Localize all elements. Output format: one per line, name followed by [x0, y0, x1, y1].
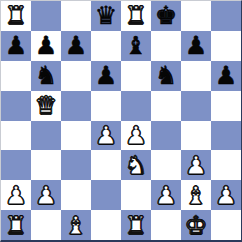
white-pawn[interactable]: ♟: [35, 183, 57, 208]
square-h7[interactable]: [211, 31, 241, 61]
white-rook[interactable]: ♜: [5, 213, 27, 238]
square-d1[interactable]: [91, 210, 121, 240]
square-e7[interactable]: ♝: [121, 31, 151, 61]
square-g3[interactable]: ♟: [181, 150, 211, 180]
square-g6[interactable]: [181, 61, 211, 91]
square-c4[interactable]: [61, 121, 91, 151]
square-h2[interactable]: ♟: [211, 180, 241, 210]
white-bishop[interactable]: ♝: [65, 213, 87, 238]
chess-board: ♜♛♜♚♟♟♟♝♟♞♟♞♟♛♟♟♞♟♟♟♟♝♟♜♝♜♚: [0, 0, 242, 242]
square-d4[interactable]: ♟: [91, 121, 121, 151]
white-pawn[interactable]: ♟: [215, 183, 237, 208]
square-f3[interactable]: [151, 150, 181, 180]
black-knight[interactable]: ♞: [35, 63, 57, 88]
white-pawn[interactable]: ♟: [125, 123, 147, 148]
black-pawn[interactable]: ♟: [215, 63, 237, 88]
square-h5[interactable]: [211, 91, 241, 121]
black-bishop[interactable]: ♝: [125, 33, 147, 58]
square-h6[interactable]: ♟: [211, 61, 241, 91]
square-a8[interactable]: ♜: [1, 1, 31, 31]
square-f2[interactable]: ♟: [151, 180, 181, 210]
white-pawn[interactable]: ♟: [5, 183, 27, 208]
square-c5[interactable]: [61, 91, 91, 121]
white-pawn[interactable]: ♟: [155, 183, 177, 208]
square-a6[interactable]: [1, 61, 31, 91]
square-e3[interactable]: ♞: [121, 150, 151, 180]
square-g7[interactable]: ♟: [181, 31, 211, 61]
square-b7[interactable]: ♟: [31, 31, 61, 61]
white-king[interactable]: ♚: [185, 213, 207, 238]
square-b8[interactable]: [31, 1, 61, 31]
square-e2[interactable]: [121, 180, 151, 210]
square-b6[interactable]: ♞: [31, 61, 61, 91]
square-a2[interactable]: ♟: [1, 180, 31, 210]
square-f4[interactable]: [151, 121, 181, 151]
square-e1[interactable]: ♜: [121, 210, 151, 240]
square-c7[interactable]: ♟: [61, 31, 91, 61]
square-d2[interactable]: [91, 180, 121, 210]
square-c2[interactable]: [61, 180, 91, 210]
square-a5[interactable]: [1, 91, 31, 121]
square-e6[interactable]: [121, 61, 151, 91]
white-pawn[interactable]: ♟: [185, 153, 207, 178]
black-pawn[interactable]: ♟: [95, 63, 117, 88]
square-a3[interactable]: [1, 150, 31, 180]
black-king[interactable]: ♚: [155, 3, 177, 28]
square-b2[interactable]: ♟: [31, 180, 61, 210]
white-bishop[interactable]: ♝: [185, 183, 207, 208]
black-pawn[interactable]: ♟: [185, 33, 207, 58]
black-knight[interactable]: ♞: [155, 63, 177, 88]
square-e4[interactable]: ♟: [121, 121, 151, 151]
white-pawn[interactable]: ♟: [95, 123, 117, 148]
square-d6[interactable]: ♟: [91, 61, 121, 91]
white-rook[interactable]: ♜: [5, 3, 27, 28]
square-d8[interactable]: ♛: [91, 1, 121, 31]
black-queen[interactable]: ♛: [95, 3, 117, 28]
square-g1[interactable]: ♚: [181, 210, 211, 240]
square-f1[interactable]: [151, 210, 181, 240]
square-c1[interactable]: ♝: [61, 210, 91, 240]
square-c6[interactable]: [61, 61, 91, 91]
square-g4[interactable]: [181, 121, 211, 151]
square-c8[interactable]: [61, 1, 91, 31]
square-a1[interactable]: ♜: [1, 210, 31, 240]
square-e8[interactable]: ♜: [121, 1, 151, 31]
white-queen[interactable]: ♛: [35, 93, 57, 118]
black-pawn[interactable]: ♟: [65, 33, 87, 58]
black-pawn[interactable]: ♟: [5, 33, 27, 58]
square-b1[interactable]: [31, 210, 61, 240]
square-d5[interactable]: [91, 91, 121, 121]
square-a7[interactable]: ♟: [1, 31, 31, 61]
white-knight[interactable]: ♞: [125, 153, 147, 178]
square-h4[interactable]: [211, 121, 241, 151]
square-c3[interactable]: [61, 150, 91, 180]
square-d3[interactable]: [91, 150, 121, 180]
square-h1[interactable]: [211, 210, 241, 240]
square-f6[interactable]: ♞: [151, 61, 181, 91]
square-h3[interactable]: [211, 150, 241, 180]
black-pawn[interactable]: ♟: [35, 33, 57, 58]
square-e5[interactable]: [121, 91, 151, 121]
square-g8[interactable]: [181, 1, 211, 31]
square-d7[interactable]: [91, 31, 121, 61]
square-f5[interactable]: [151, 91, 181, 121]
square-f7[interactable]: [151, 31, 181, 61]
square-g5[interactable]: [181, 91, 211, 121]
square-b5[interactable]: ♛: [31, 91, 61, 121]
square-f8[interactable]: ♚: [151, 1, 181, 31]
square-a4[interactable]: [1, 121, 31, 151]
white-rook[interactable]: ♜: [125, 3, 147, 28]
square-g2[interactable]: ♝: [181, 180, 211, 210]
square-b3[interactable]: [31, 150, 61, 180]
square-b4[interactable]: [31, 121, 61, 151]
white-rook[interactable]: ♜: [125, 213, 147, 238]
square-h8[interactable]: [211, 1, 241, 31]
